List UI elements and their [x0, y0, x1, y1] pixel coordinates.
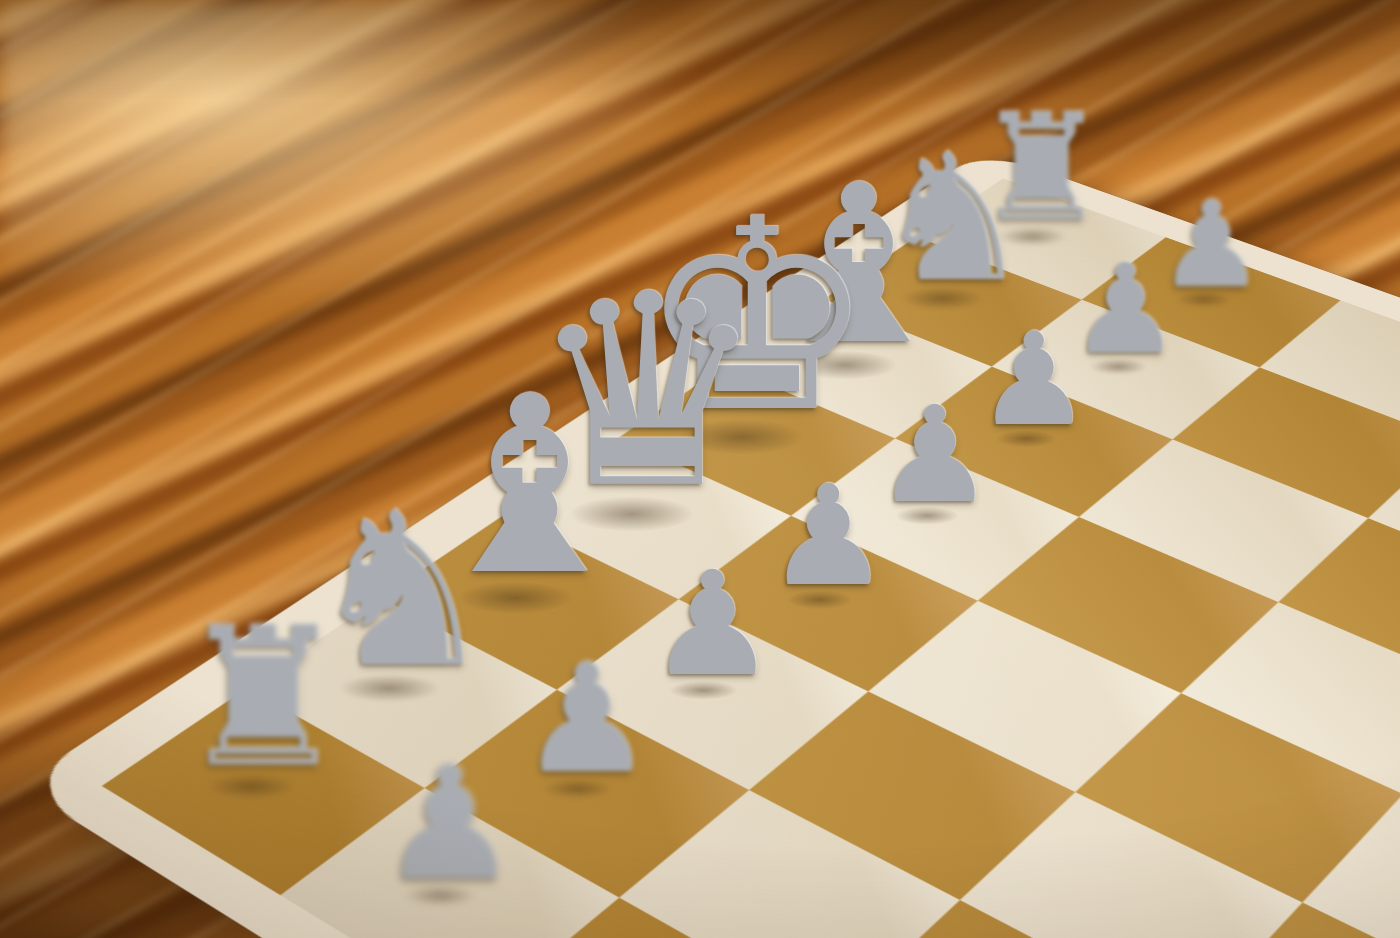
white-pawn-glyph: ♟	[766, 467, 890, 606]
white-pawn-glyph: ♟	[875, 389, 994, 522]
white-rook-glyph: ♜	[177, 602, 349, 794]
photo-scene: ♜♞♝♛♚♝♞♜♟♟♟♟♟♟♟♟	[0, 0, 1400, 938]
pieces-layer: ♜♞♝♛♚♝♞♜♟♟♟♟♟♟♟♟	[0, 0, 1400, 938]
white-pawn-glyph: ♟	[379, 745, 520, 902]
white-pawn-glyph: ♟	[519, 644, 654, 795]
white-pawn-glyph: ♟	[648, 552, 777, 696]
